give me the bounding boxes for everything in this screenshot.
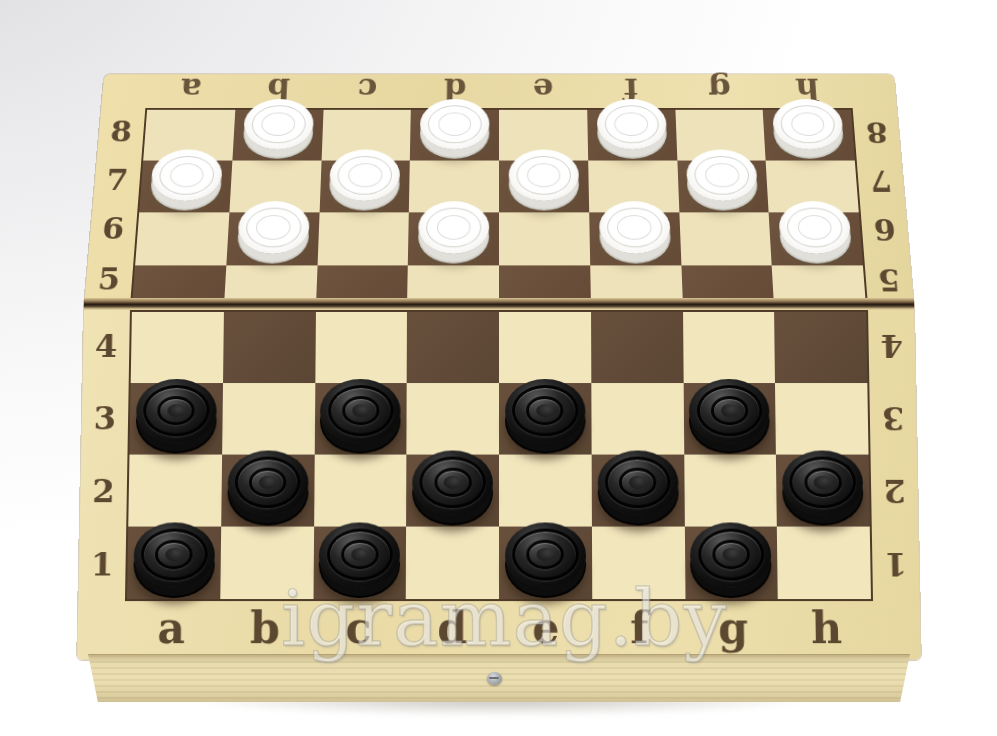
white-checker-f8[interactable]: [596, 99, 667, 149]
rank-label-7: 7: [93, 155, 142, 203]
photo-scene: abcdefgh 8765 8765 4321 4321 abcdefgh ig…: [0, 0, 997, 736]
board-top-half: abcdefgh 8765 8765: [84, 74, 914, 306]
rank-label-4: 4: [83, 310, 130, 382]
square-d2[interactable]: [406, 455, 499, 527]
square-d3[interactable]: [407, 383, 499, 455]
square-h6[interactable]: [769, 212, 863, 265]
file-label-c: c: [322, 74, 411, 108]
black-checker-b2[interactable]: [227, 450, 308, 515]
square-h4[interactable]: [774, 312, 867, 383]
white-checker-b8[interactable]: [242, 99, 314, 149]
square-h1[interactable]: [777, 527, 871, 599]
square-h5[interactable]: [772, 265, 866, 302]
board-grid-ranks-8-5: [130, 108, 868, 304]
board-grid-ranks-4-1: [125, 310, 873, 601]
square-b8[interactable]: [232, 110, 323, 161]
checker-center: [444, 476, 462, 489]
square-b6[interactable]: [226, 212, 319, 265]
square-f4[interactable]: [591, 312, 683, 383]
rank-label-2: 2: [871, 455, 919, 528]
white-checker-d8[interactable]: [420, 99, 490, 149]
checker-center: [351, 548, 369, 561]
rank-label-8: 8: [853, 108, 901, 155]
rank-label-6: 6: [860, 204, 909, 254]
black-checker-a1[interactable]: [133, 522, 215, 587]
square-d6[interactable]: [408, 212, 499, 265]
rank-label-1: 1: [872, 528, 920, 602]
black-checker-h2[interactable]: [782, 450, 864, 515]
rank-label-4: 4: [868, 310, 915, 382]
rank-label-5: 5: [84, 253, 134, 304]
square-g5[interactable]: [681, 265, 774, 302]
white-checker-d6[interactable]: [418, 201, 489, 254]
black-checker-e3[interactable]: [505, 379, 586, 443]
square-c4[interactable]: [315, 312, 407, 383]
square-c2[interactable]: [314, 455, 407, 527]
file-label-h: h: [780, 601, 874, 656]
checker-center: [721, 404, 739, 417]
square-b3[interactable]: [222, 383, 315, 455]
square-b5[interactable]: [224, 265, 317, 302]
square-e5[interactable]: [499, 265, 591, 302]
file-label-a: a: [145, 74, 235, 108]
rank-label-6: 6: [89, 204, 138, 254]
square-a5[interactable]: [132, 265, 226, 302]
white-checker-a7[interactable]: [150, 150, 224, 202]
square-b4[interactable]: [223, 312, 316, 383]
checker-center: [629, 476, 647, 489]
checker-center: [167, 404, 185, 417]
square-d5[interactable]: [407, 265, 499, 302]
file-labels-top: abcdefgh: [145, 74, 852, 108]
square-e6[interactable]: [499, 212, 590, 265]
checker-center: [536, 404, 554, 417]
square-h8[interactable]: [763, 110, 855, 161]
checker-center: [814, 476, 832, 489]
square-g3[interactable]: [683, 383, 776, 455]
square-e3[interactable]: [499, 383, 591, 455]
file-label-e: e: [499, 74, 587, 108]
square-a7[interactable]: [139, 161, 232, 213]
rank-label-1: 1: [78, 528, 126, 602]
square-a4[interactable]: [131, 312, 224, 383]
square-e2[interactable]: [499, 455, 592, 527]
square-c7[interactable]: [319, 161, 410, 213]
square-c5[interactable]: [316, 265, 408, 302]
black-checker-a3[interactable]: [136, 379, 217, 443]
square-c6[interactable]: [317, 212, 409, 265]
square-e7[interactable]: [499, 161, 589, 213]
checker-center: [536, 548, 554, 561]
white-checker-c7[interactable]: [329, 150, 401, 202]
square-g7[interactable]: [677, 161, 769, 213]
square-a1[interactable]: [127, 527, 221, 599]
square-f8[interactable]: [587, 110, 677, 161]
black-checker-c3[interactable]: [320, 379, 401, 443]
square-h2[interactable]: [776, 455, 870, 527]
square-g6[interactable]: [679, 212, 772, 265]
square-h3[interactable]: [775, 383, 868, 455]
file-label-a: a: [124, 601, 218, 656]
rank-label-3: 3: [869, 382, 917, 455]
square-g2[interactable]: [684, 455, 777, 527]
rank-label-2: 2: [80, 455, 128, 528]
black-checker-f2[interactable]: [597, 450, 678, 515]
square-d4[interactable]: [407, 312, 499, 383]
rank-labels-bottom-left: 4321: [78, 310, 130, 601]
checker-center: [259, 476, 277, 489]
watermark: igramag.by: [281, 574, 727, 663]
rank-label-5: 5: [864, 253, 914, 304]
rank-labels-bottom-right: 4321: [868, 310, 920, 601]
file-label-g: g: [675, 74, 765, 108]
square-a3[interactable]: [129, 383, 222, 455]
board-hinge-seam: [84, 298, 914, 310]
white-checker-e7[interactable]: [509, 150, 580, 202]
square-d8[interactable]: [410, 110, 499, 161]
square-g4[interactable]: [683, 312, 776, 383]
checker-center: [352, 404, 370, 417]
square-b2[interactable]: [221, 455, 314, 527]
square-f2[interactable]: [591, 455, 684, 527]
square-a6[interactable]: [135, 212, 229, 265]
square-f6[interactable]: [589, 212, 681, 265]
black-checker-d2[interactable]: [412, 450, 493, 515]
square-a2[interactable]: [128, 455, 222, 527]
rank-label-8: 8: [97, 108, 145, 155]
hinge-screw: [487, 672, 502, 685]
rank-label-7: 7: [856, 155, 905, 203]
square-f5[interactable]: [590, 265, 682, 302]
rank-label-3: 3: [81, 382, 129, 455]
checker-center: [722, 548, 740, 561]
white-checker-f6[interactable]: [598, 201, 670, 254]
black-checker-g3[interactable]: [689, 379, 770, 443]
square-e4[interactable]: [499, 312, 591, 383]
board-shadow: [80, 699, 920, 723]
square-c3[interactable]: [314, 383, 407, 455]
square-f3[interactable]: [591, 383, 684, 455]
white-checker-b6[interactable]: [237, 201, 310, 254]
checker-center: [165, 548, 183, 561]
